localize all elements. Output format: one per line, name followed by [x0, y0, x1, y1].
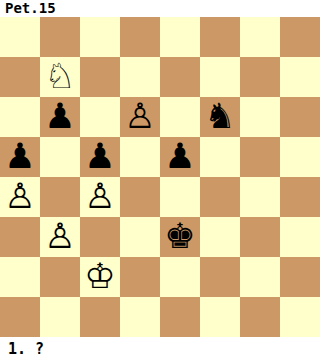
square-a2[interactable]	[0, 257, 40, 297]
square-b3[interactable]: ♙	[40, 217, 80, 257]
square-g2[interactable]	[240, 257, 280, 297]
square-h3[interactable]	[280, 217, 320, 257]
square-f2[interactable]	[200, 257, 240, 297]
square-c1[interactable]	[80, 297, 120, 337]
square-b4[interactable]	[40, 177, 80, 217]
piece-black-pawn: ♟	[164, 137, 195, 176]
piece-white-king: ♔	[84, 257, 115, 296]
square-a5[interactable]: ♟	[0, 137, 40, 177]
piece-white-pawn: ♙	[124, 97, 155, 136]
square-d6[interactable]: ♙	[120, 97, 160, 137]
square-f1[interactable]	[200, 297, 240, 337]
move-prompt: 1. ?	[0, 337, 320, 360]
square-g4[interactable]	[240, 177, 280, 217]
square-d5[interactable]	[120, 137, 160, 177]
square-b5[interactable]	[40, 137, 80, 177]
piece-black-pawn: ♟	[84, 137, 115, 176]
square-h6[interactable]	[280, 97, 320, 137]
chess-diagram-page: Pet.15 ♘♟♙♞♟♟♟♙♙♙♚♔ 1. ?	[0, 0, 320, 360]
square-h2[interactable]	[280, 257, 320, 297]
square-h5[interactable]	[280, 137, 320, 177]
square-d3[interactable]	[120, 217, 160, 257]
square-f7[interactable]	[200, 57, 240, 97]
chess-board: ♘♟♙♞♟♟♟♙♙♙♚♔	[0, 17, 320, 337]
square-e8[interactable]	[160, 17, 200, 57]
piece-black-pawn: ♟	[44, 97, 75, 136]
square-d4[interactable]	[120, 177, 160, 217]
square-g7[interactable]	[240, 57, 280, 97]
square-f3[interactable]	[200, 217, 240, 257]
square-g8[interactable]	[240, 17, 280, 57]
square-a6[interactable]	[0, 97, 40, 137]
square-e1[interactable]	[160, 297, 200, 337]
square-f4[interactable]	[200, 177, 240, 217]
square-e2[interactable]	[160, 257, 200, 297]
square-c7[interactable]	[80, 57, 120, 97]
piece-black-pawn: ♟	[4, 137, 35, 176]
square-d7[interactable]	[120, 57, 160, 97]
square-f6[interactable]: ♞	[200, 97, 240, 137]
square-c8[interactable]	[80, 17, 120, 57]
square-g5[interactable]	[240, 137, 280, 177]
square-a3[interactable]	[0, 217, 40, 257]
puzzle-title: Pet.15	[0, 0, 320, 17]
square-e3[interactable]: ♚	[160, 217, 200, 257]
piece-white-knight: ♘	[44, 57, 75, 96]
square-b7[interactable]: ♘	[40, 57, 80, 97]
square-g6[interactable]	[240, 97, 280, 137]
piece-white-pawn: ♙	[84, 177, 115, 216]
square-a1[interactable]	[0, 297, 40, 337]
square-f8[interactable]	[200, 17, 240, 57]
square-h7[interactable]	[280, 57, 320, 97]
square-a4[interactable]: ♙	[0, 177, 40, 217]
square-b2[interactable]	[40, 257, 80, 297]
square-d8[interactable]	[120, 17, 160, 57]
square-h8[interactable]	[280, 17, 320, 57]
piece-white-pawn: ♙	[44, 217, 75, 256]
square-e4[interactable]	[160, 177, 200, 217]
piece-black-king: ♚	[164, 217, 195, 256]
square-d2[interactable]	[120, 257, 160, 297]
square-e7[interactable]	[160, 57, 200, 97]
square-g1[interactable]	[240, 297, 280, 337]
square-e6[interactable]	[160, 97, 200, 137]
square-a7[interactable]	[0, 57, 40, 97]
square-b8[interactable]	[40, 17, 80, 57]
square-d1[interactable]	[120, 297, 160, 337]
square-c4[interactable]: ♙	[80, 177, 120, 217]
square-g3[interactable]	[240, 217, 280, 257]
square-a8[interactable]	[0, 17, 40, 57]
square-c6[interactable]	[80, 97, 120, 137]
square-c3[interactable]	[80, 217, 120, 257]
square-e5[interactable]: ♟	[160, 137, 200, 177]
square-b6[interactable]: ♟	[40, 97, 80, 137]
square-b1[interactable]	[40, 297, 80, 337]
piece-white-pawn: ♙	[4, 177, 35, 216]
square-c2[interactable]: ♔	[80, 257, 120, 297]
piece-black-knight: ♞	[204, 97, 235, 136]
square-f5[interactable]	[200, 137, 240, 177]
square-h4[interactable]	[280, 177, 320, 217]
square-h1[interactable]	[280, 297, 320, 337]
square-c5[interactable]: ♟	[80, 137, 120, 177]
